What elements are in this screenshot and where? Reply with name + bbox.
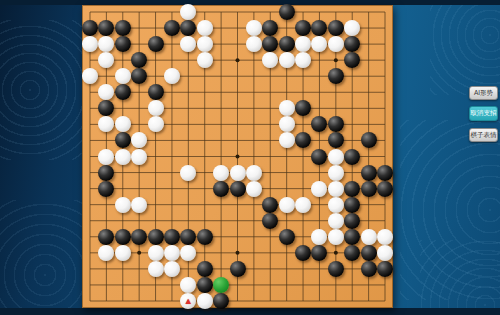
white-stone bbox=[115, 197, 131, 213]
green-suggestion-stone bbox=[213, 277, 229, 293]
black-stone bbox=[98, 229, 114, 245]
black-stone bbox=[82, 20, 98, 36]
black-stone bbox=[180, 20, 196, 36]
black-stone bbox=[377, 261, 393, 277]
black-stone bbox=[328, 261, 344, 277]
white-stone bbox=[180, 245, 196, 261]
white-stone bbox=[98, 52, 114, 68]
white-stone bbox=[230, 165, 246, 181]
white-stone bbox=[311, 181, 327, 197]
black-stone bbox=[311, 20, 327, 36]
star-point bbox=[137, 251, 141, 255]
black-stone bbox=[148, 84, 164, 100]
black-stone bbox=[197, 229, 213, 245]
white-stone bbox=[246, 20, 262, 36]
black-stone bbox=[344, 245, 360, 261]
black-stone bbox=[344, 52, 360, 68]
white-stone bbox=[131, 132, 147, 148]
star-point bbox=[334, 251, 338, 255]
white-stone bbox=[279, 197, 295, 213]
white-stone bbox=[361, 229, 377, 245]
white-stone bbox=[279, 116, 295, 132]
app-window: { "game": "go", "board": { "size": 19, "… bbox=[0, 0, 500, 315]
white-stone bbox=[131, 149, 147, 165]
white-stone bbox=[328, 229, 344, 245]
black-stone bbox=[98, 20, 114, 36]
black-stone bbox=[328, 116, 344, 132]
white-stone bbox=[246, 36, 262, 52]
star-point bbox=[334, 58, 338, 62]
black-stone bbox=[344, 36, 360, 52]
white-stone bbox=[148, 100, 164, 116]
black-stone bbox=[344, 149, 360, 165]
black-stone bbox=[164, 20, 180, 36]
white-stone bbox=[148, 245, 164, 261]
black-stone bbox=[361, 132, 377, 148]
white-stone bbox=[98, 149, 114, 165]
black-stone bbox=[230, 261, 246, 277]
white-stone bbox=[98, 116, 114, 132]
black-stone bbox=[131, 68, 147, 84]
black-stone bbox=[328, 132, 344, 148]
white-stone bbox=[115, 68, 131, 84]
black-stone bbox=[115, 84, 131, 100]
black-stone bbox=[311, 149, 327, 165]
white-stone bbox=[197, 293, 213, 309]
black-stone bbox=[295, 100, 311, 116]
black-stone bbox=[98, 100, 114, 116]
cancel-hint-button[interactable]: 取消支招 bbox=[469, 106, 498, 121]
black-stone bbox=[311, 245, 327, 261]
black-stone bbox=[148, 229, 164, 245]
white-stone bbox=[115, 245, 131, 261]
ai-analysis-button[interactable]: AI形势 bbox=[469, 86, 498, 100]
black-stone bbox=[115, 20, 131, 36]
black-stone bbox=[295, 245, 311, 261]
black-stone bbox=[180, 229, 196, 245]
black-stone bbox=[279, 4, 295, 20]
black-stone bbox=[361, 165, 377, 181]
white-stone bbox=[115, 149, 131, 165]
white-stone bbox=[180, 165, 196, 181]
black-stone bbox=[361, 261, 377, 277]
white-stone bbox=[295, 197, 311, 213]
black-stone bbox=[279, 229, 295, 245]
white-stone bbox=[328, 149, 344, 165]
white-stone bbox=[262, 52, 278, 68]
black-stone bbox=[377, 165, 393, 181]
white-stone bbox=[295, 52, 311, 68]
star-point bbox=[236, 155, 240, 159]
black-stone bbox=[279, 36, 295, 52]
black-stone bbox=[344, 229, 360, 245]
black-stone bbox=[344, 197, 360, 213]
black-stone bbox=[197, 261, 213, 277]
white-stone bbox=[82, 36, 98, 52]
window-bottom-strip bbox=[0, 308, 500, 315]
black-stone bbox=[213, 293, 229, 309]
black-stone bbox=[295, 20, 311, 36]
go-board[interactable]: ▲ bbox=[82, 5, 393, 308]
white-stone bbox=[115, 116, 131, 132]
white-stone bbox=[148, 261, 164, 277]
white-stone bbox=[311, 229, 327, 245]
black-stone bbox=[213, 181, 229, 197]
black-stone bbox=[131, 229, 147, 245]
black-stone bbox=[164, 229, 180, 245]
white-stone bbox=[82, 68, 98, 84]
black-stone bbox=[377, 181, 393, 197]
white-stone bbox=[180, 4, 196, 20]
black-stone bbox=[115, 229, 131, 245]
white-stone bbox=[197, 52, 213, 68]
white-stone bbox=[98, 36, 114, 52]
white-stone bbox=[164, 68, 180, 84]
star-point bbox=[236, 251, 240, 255]
white-stone bbox=[279, 132, 295, 148]
white-stone bbox=[164, 245, 180, 261]
white-stone bbox=[311, 36, 327, 52]
black-stone bbox=[344, 213, 360, 229]
white-stone bbox=[328, 181, 344, 197]
black-stone bbox=[262, 213, 278, 229]
white-stone bbox=[98, 84, 114, 100]
white-stone bbox=[279, 100, 295, 116]
triangle-marker-icon: ▲ bbox=[184, 297, 193, 306]
black-stone bbox=[361, 181, 377, 197]
star-point bbox=[236, 58, 240, 62]
black-stone bbox=[197, 277, 213, 293]
white-stone bbox=[328, 36, 344, 52]
black-stone bbox=[361, 245, 377, 261]
white-stone bbox=[344, 20, 360, 36]
black-stone bbox=[131, 52, 147, 68]
white-stone bbox=[180, 277, 196, 293]
black-stone bbox=[262, 197, 278, 213]
white-stone-marked: ▲ bbox=[180, 293, 196, 309]
white-stone bbox=[148, 116, 164, 132]
white-stone bbox=[98, 245, 114, 261]
black-stone bbox=[328, 68, 344, 84]
white-stone bbox=[246, 165, 262, 181]
black-stone bbox=[98, 165, 114, 181]
black-stone bbox=[262, 36, 278, 52]
black-stone bbox=[344, 181, 360, 197]
black-stone bbox=[328, 20, 344, 36]
white-stone bbox=[279, 52, 295, 68]
white-stone bbox=[328, 165, 344, 181]
white-stone bbox=[197, 20, 213, 36]
white-stone bbox=[328, 197, 344, 213]
black-stone bbox=[115, 132, 131, 148]
white-stone bbox=[197, 36, 213, 52]
stone-emotes-button[interactable]: 棋子表情 bbox=[469, 128, 498, 142]
white-stone bbox=[246, 181, 262, 197]
black-stone bbox=[115, 36, 131, 52]
black-stone bbox=[262, 20, 278, 36]
black-stone bbox=[148, 36, 164, 52]
white-stone bbox=[180, 36, 196, 52]
white-stone bbox=[295, 36, 311, 52]
white-stone bbox=[377, 245, 393, 261]
white-stone bbox=[328, 213, 344, 229]
black-stone bbox=[98, 181, 114, 197]
black-stone bbox=[230, 181, 246, 197]
white-stone bbox=[164, 261, 180, 277]
white-stone bbox=[213, 165, 229, 181]
white-stone bbox=[131, 197, 147, 213]
white-stone bbox=[377, 229, 393, 245]
black-stone bbox=[311, 116, 327, 132]
black-stone bbox=[295, 132, 311, 148]
